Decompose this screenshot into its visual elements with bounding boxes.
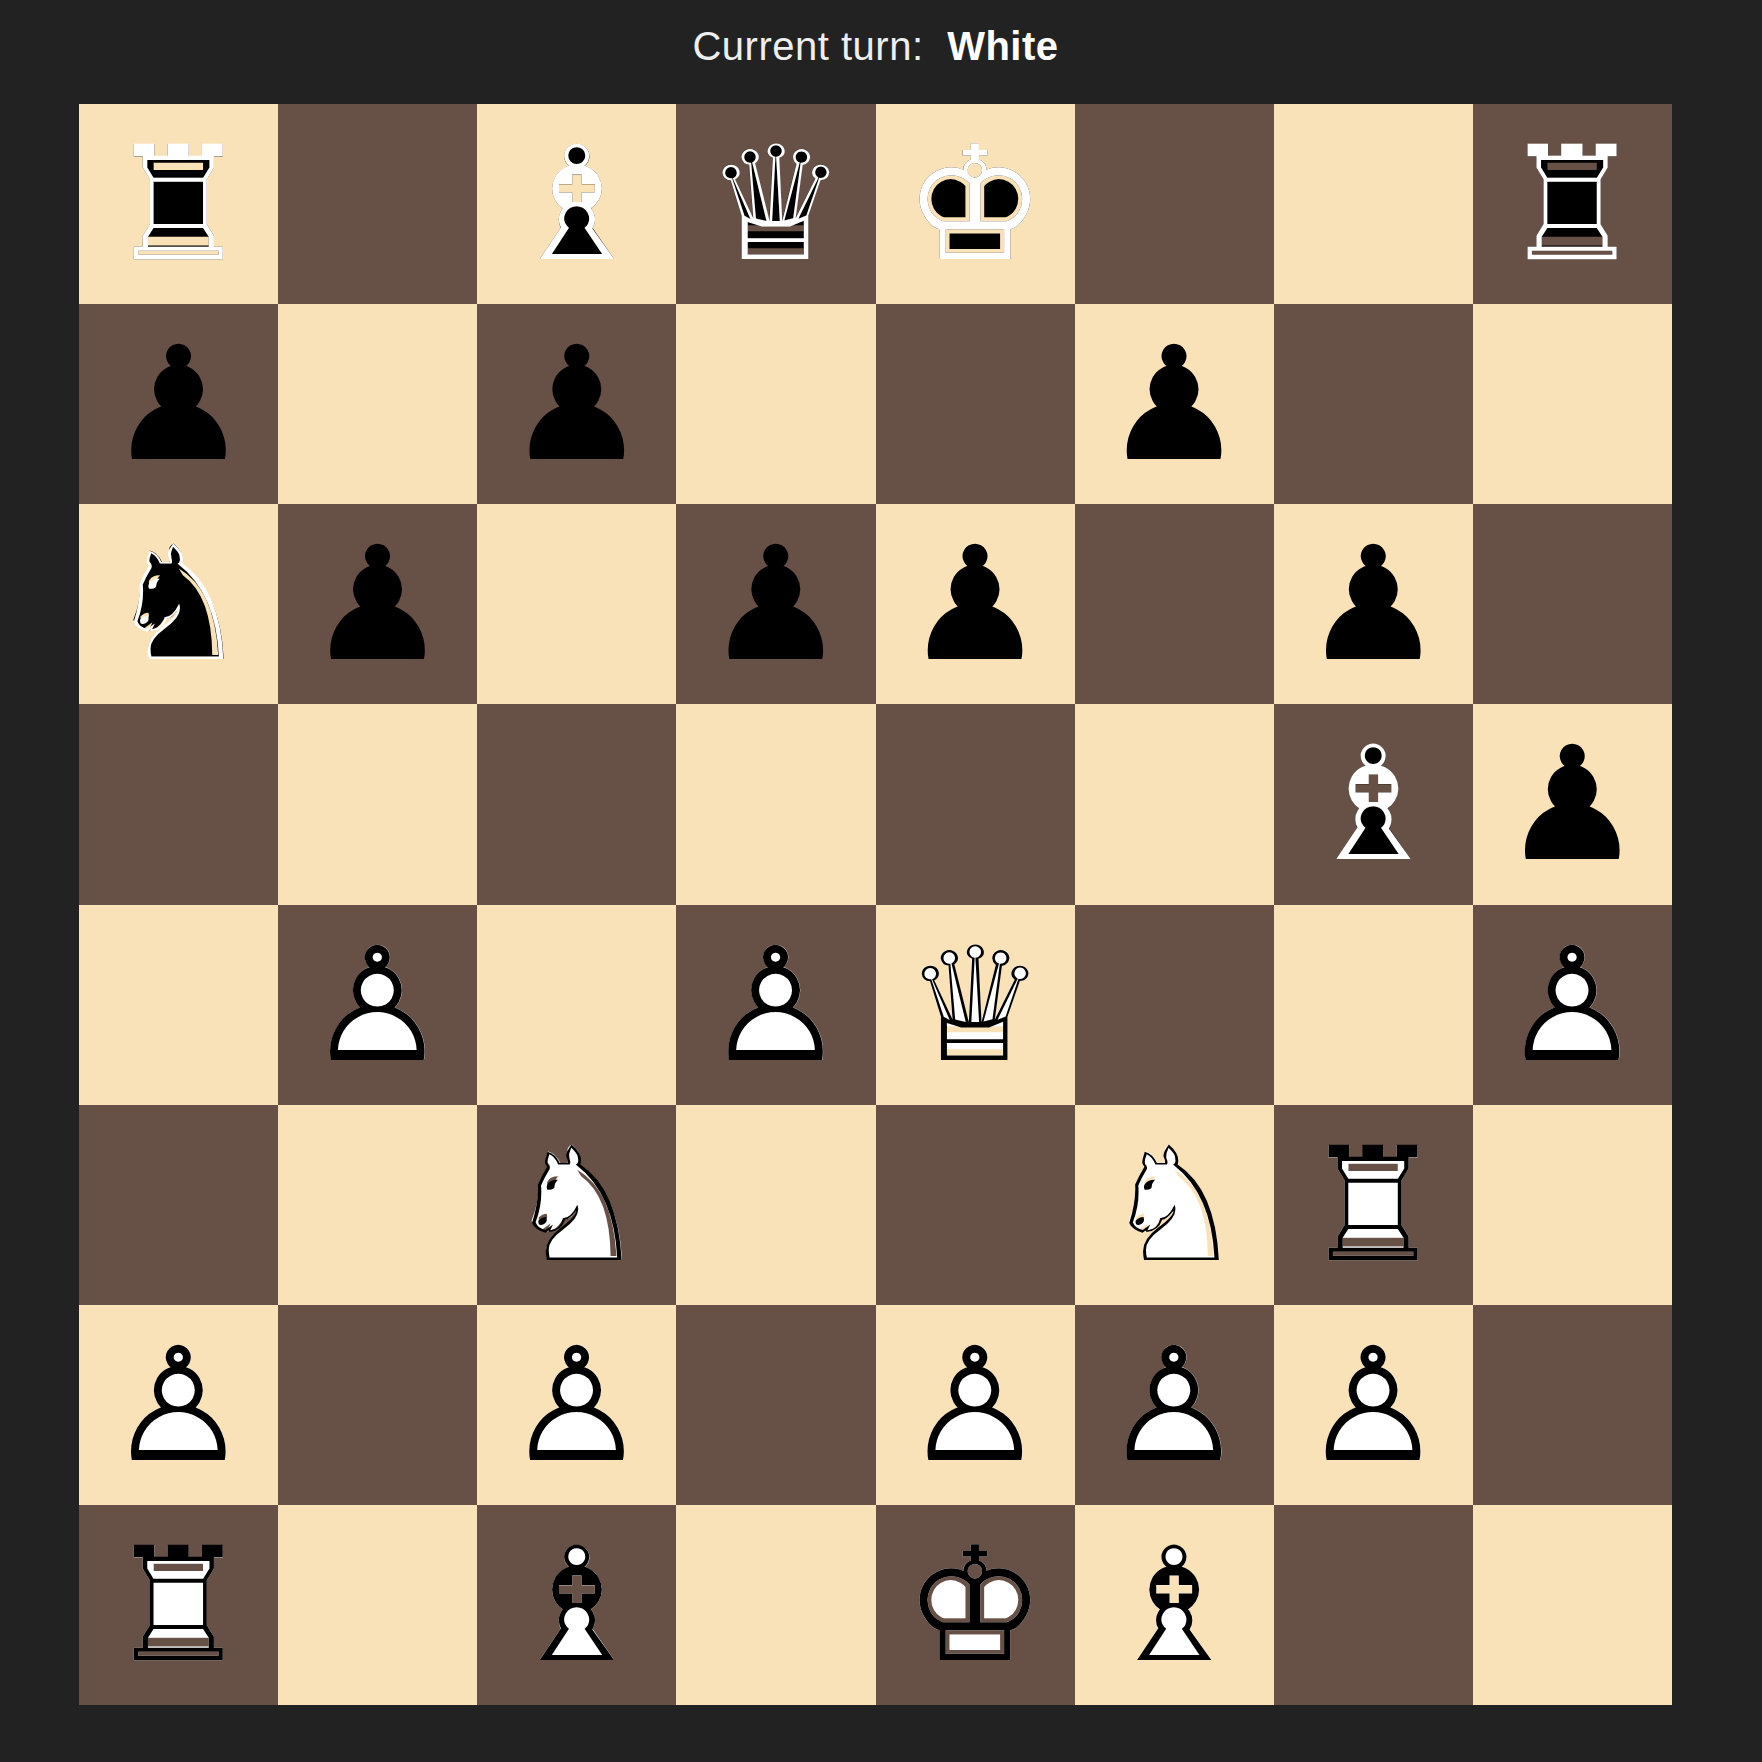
square-f1[interactable]: ♝♗ — [1075, 1505, 1274, 1705]
piece-outline: ♗ — [477, 104, 676, 304]
piece-glyph: ♞ — [477, 1105, 676, 1305]
piece-white-bishop[interactable]: ♝♗ — [477, 1505, 676, 1705]
square-g5[interactable]: ♝♗ — [1274, 704, 1473, 904]
square-g7[interactable] — [1274, 304, 1473, 504]
square-h6[interactable] — [1473, 504, 1672, 704]
piece-black-pawn[interactable]: ♟ — [1075, 304, 1274, 504]
piece-outline: ♙ — [278, 905, 477, 1105]
piece-white-pawn[interactable]: ♟♙ — [876, 1305, 1075, 1505]
square-e2[interactable]: ♟♙ — [876, 1305, 1075, 1505]
piece-outline: ♔ — [876, 104, 1075, 304]
square-d3[interactable] — [676, 1105, 875, 1305]
square-g2[interactable]: ♟♙ — [1274, 1305, 1473, 1505]
piece-white-queen[interactable]: ♛♕ — [876, 905, 1075, 1105]
turn-label: Current turn: — [692, 24, 923, 68]
piece-glyph: ♟ — [1075, 1305, 1274, 1505]
square-b1[interactable] — [278, 1505, 477, 1705]
piece-white-king[interactable]: ♚♔ — [876, 1505, 1075, 1705]
square-d6[interactable]: ♟ — [676, 504, 875, 704]
square-c3[interactable]: ♞♘ — [477, 1105, 676, 1305]
square-f4[interactable] — [1075, 905, 1274, 1105]
piece-outline: ♙ — [79, 1305, 278, 1505]
piece-outline: ♔ — [876, 1505, 1075, 1705]
piece-glyph: ♞ — [79, 504, 278, 704]
square-d2[interactable] — [676, 1305, 875, 1505]
piece-glyph: ♛ — [676, 104, 875, 304]
square-f6[interactable] — [1075, 504, 1274, 704]
square-a7[interactable]: ♟ — [79, 304, 278, 504]
piece-white-pawn[interactable]: ♟♙ — [79, 1305, 278, 1505]
square-a5[interactable] — [79, 704, 278, 904]
piece-glyph: ♜ — [1473, 104, 1672, 304]
square-b7[interactable] — [278, 304, 477, 504]
square-g8[interactable] — [1274, 104, 1473, 304]
piece-outline: ♙ — [477, 1305, 676, 1505]
piece-white-pawn[interactable]: ♟♙ — [1274, 1305, 1473, 1505]
square-e7[interactable] — [876, 304, 1075, 504]
square-g3[interactable]: ♜♖ — [1274, 1105, 1473, 1305]
square-a2[interactable]: ♟♙ — [79, 1305, 278, 1505]
square-h1[interactable] — [1473, 1505, 1672, 1705]
square-b5[interactable] — [278, 704, 477, 904]
piece-white-rook[interactable]: ♜♖ — [79, 1505, 278, 1705]
piece-black-pawn[interactable]: ♟ — [876, 504, 1075, 704]
square-d1[interactable] — [676, 1505, 875, 1705]
piece-black-pawn[interactable]: ♟ — [79, 304, 278, 504]
piece-glyph: ♟ — [1473, 905, 1672, 1105]
square-a1[interactable]: ♜♖ — [79, 1505, 278, 1705]
square-h2[interactable] — [1473, 1305, 1672, 1505]
square-a6[interactable]: ♞♘ — [79, 504, 278, 704]
piece-white-pawn[interactable]: ♟♙ — [676, 905, 875, 1105]
piece-black-pawn[interactable]: ♟ — [1473, 704, 1672, 904]
square-e6[interactable]: ♟ — [876, 504, 1075, 704]
square-c2[interactable]: ♟♙ — [477, 1305, 676, 1505]
piece-glyph: ♞ — [1075, 1105, 1274, 1305]
piece-glyph: ♚ — [876, 1505, 1075, 1705]
piece-glyph: ♜ — [79, 1505, 278, 1705]
square-f5[interactable] — [1075, 704, 1274, 904]
square-c1[interactable]: ♝♗ — [477, 1505, 676, 1705]
piece-glyph: ♝ — [1075, 1505, 1274, 1705]
piece-black-rook[interactable]: ♜♖ — [1473, 104, 1672, 304]
piece-outline: ♙ — [676, 905, 875, 1105]
square-a8[interactable]: ♜♖ — [79, 104, 278, 304]
square-c6[interactable] — [477, 504, 676, 704]
turn-indicator: Current turn: White — [79, 24, 1672, 69]
piece-glyph: ♟ — [79, 1305, 278, 1505]
square-h5[interactable]: ♟ — [1473, 704, 1672, 904]
square-d7[interactable] — [676, 304, 875, 504]
square-h4[interactable]: ♟♙ — [1473, 905, 1672, 1105]
piece-glyph: ♟ — [477, 304, 676, 504]
square-e1[interactable]: ♚♔ — [876, 1505, 1075, 1705]
square-b4[interactable]: ♟♙ — [278, 905, 477, 1105]
piece-glyph: ♟ — [278, 905, 477, 1105]
square-b3[interactable] — [278, 1105, 477, 1305]
square-g6[interactable]: ♟ — [1274, 504, 1473, 704]
piece-outline: ♙ — [1274, 1305, 1473, 1505]
piece-outline: ♗ — [1274, 704, 1473, 904]
piece-outline: ♖ — [79, 1505, 278, 1705]
square-b8[interactable] — [278, 104, 477, 304]
square-g1[interactable] — [1274, 1505, 1473, 1705]
square-c4[interactable] — [477, 905, 676, 1105]
piece-glyph: ♟ — [876, 504, 1075, 704]
piece-glyph: ♝ — [477, 1505, 676, 1705]
piece-outline: ♘ — [79, 504, 278, 704]
piece-outline: ♘ — [477, 1105, 676, 1305]
piece-white-pawn[interactable]: ♟♙ — [1075, 1305, 1274, 1505]
piece-glyph: ♟ — [876, 1305, 1075, 1505]
piece-outline: ♗ — [1075, 1505, 1274, 1705]
piece-outline: ♖ — [79, 104, 278, 304]
piece-glyph: ♟ — [79, 304, 278, 504]
square-f3[interactable]: ♞♘ — [1075, 1105, 1274, 1305]
piece-glyph: ♟ — [1274, 1305, 1473, 1505]
piece-black-queen[interactable]: ♛♕ — [676, 104, 875, 304]
piece-outline: ♙ — [1075, 1305, 1274, 1505]
square-e8[interactable]: ♚♔ — [876, 104, 1075, 304]
piece-outline: ♙ — [876, 1305, 1075, 1505]
piece-white-knight[interactable]: ♞♘ — [1075, 1105, 1274, 1305]
square-a3[interactable] — [79, 1105, 278, 1305]
piece-glyph: ♟ — [1473, 704, 1672, 904]
piece-outline: ♙ — [1473, 905, 1672, 1105]
square-c8[interactable]: ♝♗ — [477, 104, 676, 304]
square-a4[interactable] — [79, 905, 278, 1105]
square-d8[interactable]: ♛♕ — [676, 104, 875, 304]
piece-black-knight[interactable]: ♞♘ — [79, 504, 278, 704]
piece-glyph: ♜ — [1274, 1105, 1473, 1305]
piece-outline: ♕ — [876, 905, 1075, 1105]
square-f7[interactable]: ♟ — [1075, 304, 1274, 504]
piece-white-rook[interactable]: ♜♖ — [1274, 1105, 1473, 1305]
square-e5[interactable] — [876, 704, 1075, 904]
piece-white-pawn[interactable]: ♟♙ — [278, 905, 477, 1105]
piece-white-bishop[interactable]: ♝♗ — [1075, 1505, 1274, 1705]
piece-black-pawn[interactable]: ♟ — [676, 504, 875, 704]
square-d4[interactable]: ♟♙ — [676, 905, 875, 1105]
piece-glyph: ♟ — [1274, 504, 1473, 704]
piece-glyph: ♟ — [676, 504, 875, 704]
piece-glyph: ♚ — [876, 104, 1075, 304]
piece-white-pawn[interactable]: ♟♙ — [1473, 905, 1672, 1105]
piece-outline: ♕ — [676, 104, 875, 304]
square-f8[interactable] — [1075, 104, 1274, 304]
square-g4[interactable] — [1274, 905, 1473, 1105]
square-c7[interactable]: ♟ — [477, 304, 676, 504]
chess-app: Current turn: White ♜♖♝♗♛♕♚♔♜♖♟♟♟♞♘♟♟♟♟♝… — [0, 0, 1762, 1762]
square-h7[interactable] — [1473, 304, 1672, 504]
chess-board: ♜♖♝♗♛♕♚♔♜♖♟♟♟♞♘♟♟♟♟♝♗♟♟♙♟♙♛♕♟♙♞♘♞♘♜♖♟♙♟♙… — [79, 104, 1672, 1705]
piece-black-bishop[interactable]: ♝♗ — [1274, 704, 1473, 904]
piece-glyph: ♟ — [477, 1305, 676, 1505]
piece-black-pawn[interactable]: ♟ — [477, 304, 676, 504]
square-e4[interactable]: ♛♕ — [876, 905, 1075, 1105]
square-h8[interactable]: ♜♖ — [1473, 104, 1672, 304]
square-f2[interactable]: ♟♙ — [1075, 1305, 1274, 1505]
piece-outline: ♖ — [1473, 104, 1672, 304]
piece-outline: ♖ — [1274, 1105, 1473, 1305]
piece-white-pawn[interactable]: ♟♙ — [477, 1305, 676, 1505]
square-b6[interactable]: ♟ — [278, 504, 477, 704]
square-e3[interactable] — [876, 1105, 1075, 1305]
piece-glyph: ♝ — [1274, 704, 1473, 904]
piece-black-pawn[interactable]: ♟ — [1274, 504, 1473, 704]
square-h3[interactable] — [1473, 1105, 1672, 1305]
piece-black-bishop[interactable]: ♝♗ — [477, 104, 676, 304]
piece-black-pawn[interactable]: ♟ — [278, 504, 477, 704]
square-b2[interactable] — [278, 1305, 477, 1505]
square-d5[interactable] — [676, 704, 875, 904]
turn-value: White — [947, 24, 1058, 68]
piece-black-king[interactable]: ♚♔ — [876, 104, 1075, 304]
square-c5[interactable] — [477, 704, 676, 904]
piece-glyph: ♟ — [676, 905, 875, 1105]
piece-glyph: ♟ — [1075, 304, 1274, 504]
piece-outline: ♗ — [477, 1505, 676, 1705]
piece-glyph: ♜ — [79, 104, 278, 304]
piece-outline: ♘ — [1075, 1105, 1274, 1305]
piece-glyph: ♛ — [876, 905, 1075, 1105]
piece-white-knight[interactable]: ♞♘ — [477, 1105, 676, 1305]
piece-glyph: ♟ — [278, 504, 477, 704]
piece-glyph: ♝ — [477, 104, 676, 304]
piece-black-rook[interactable]: ♜♖ — [79, 104, 278, 304]
